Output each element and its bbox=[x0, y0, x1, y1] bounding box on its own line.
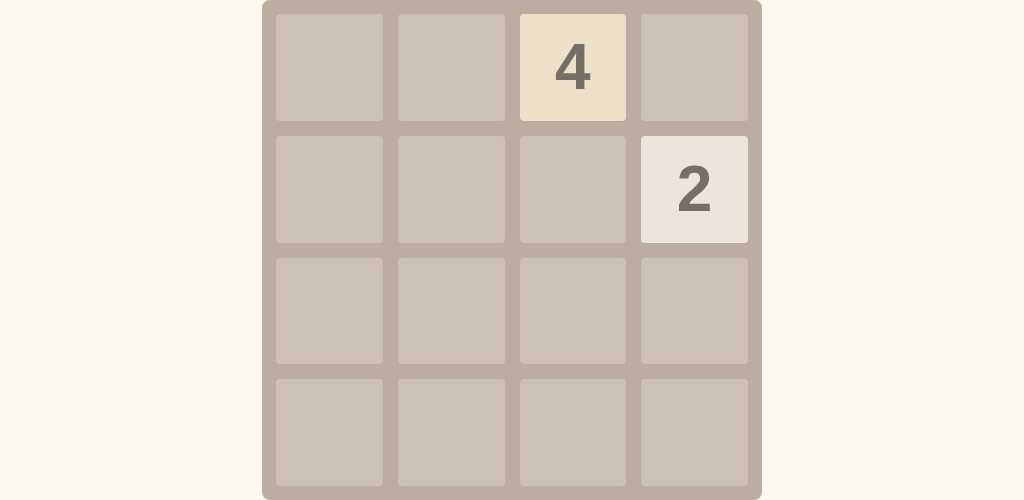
page-background: 42 bbox=[0, 0, 1024, 500]
empty-cell-r2c1 bbox=[398, 258, 505, 365]
empty-cell-r2c2 bbox=[520, 258, 627, 365]
game-board-2048[interactable]: 42 bbox=[262, 0, 762, 500]
tile-2-r1c3: 2 bbox=[641, 136, 748, 243]
empty-cell-r3c1 bbox=[398, 379, 505, 486]
empty-cell-r0c3 bbox=[641, 14, 748, 121]
empty-cell-r1c1 bbox=[398, 136, 505, 243]
empty-cell-r3c0 bbox=[276, 379, 383, 486]
empty-cell-r0c0 bbox=[276, 14, 383, 121]
empty-cell-r1c0 bbox=[276, 136, 383, 243]
empty-cell-r0c1 bbox=[398, 14, 505, 121]
empty-cell-r2c3 bbox=[641, 258, 748, 365]
empty-cell-r2c0 bbox=[276, 258, 383, 365]
tile-4-r0c2: 4 bbox=[520, 14, 627, 121]
empty-cell-r3c3 bbox=[641, 379, 748, 486]
empty-cell-r1c2 bbox=[520, 136, 627, 243]
empty-cell-r3c2 bbox=[520, 379, 627, 486]
